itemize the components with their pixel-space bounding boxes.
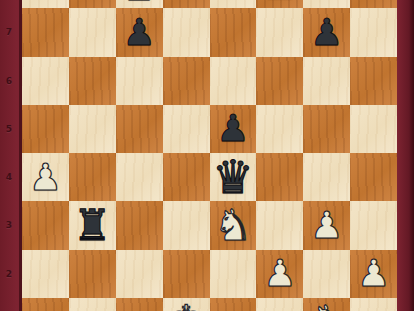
- black-pawn: ♟: [123, 14, 156, 51]
- square-d2[interactable]: [163, 250, 210, 298]
- black-king: ♚: [119, 0, 160, 7]
- square-d3[interactable]: [163, 201, 210, 249]
- black-rook: ♜: [73, 204, 112, 247]
- rank-label-4: 4: [0, 172, 18, 182]
- square-e8[interactable]: [210, 0, 257, 8]
- square-f4[interactable]: [256, 153, 303, 201]
- square-d6[interactable]: [163, 57, 210, 105]
- square-a3[interactable]: [22, 201, 69, 249]
- white-pawn: ♟: [29, 159, 62, 196]
- square-a2[interactable]: [22, 250, 69, 298]
- square-d7[interactable]: [163, 8, 210, 56]
- square-g1[interactable]: ♞: [303, 298, 350, 311]
- square-b5[interactable]: [69, 105, 116, 153]
- square-c1[interactable]: [116, 298, 163, 311]
- square-g7[interactable]: ♟: [303, 8, 350, 56]
- square-b7[interactable]: [69, 8, 116, 56]
- square-h2[interactable]: ♟: [350, 250, 397, 298]
- square-h5[interactable]: [350, 105, 397, 153]
- square-h1[interactable]: [350, 298, 397, 311]
- square-e3[interactable]: ♞: [210, 201, 257, 249]
- square-a8[interactable]: [22, 0, 69, 8]
- white-knight: ♞: [214, 204, 253, 247]
- square-b2[interactable]: [69, 250, 116, 298]
- rank-label-7: 7: [0, 27, 18, 37]
- square-a1[interactable]: [22, 298, 69, 311]
- square-e1[interactable]: [210, 298, 257, 311]
- square-h3[interactable]: [350, 201, 397, 249]
- square-g2[interactable]: [303, 250, 350, 298]
- white-king: ♚: [165, 299, 206, 311]
- square-a4[interactable]: ♟: [22, 153, 69, 201]
- square-b8[interactable]: [69, 0, 116, 8]
- rank-label-3: 3: [0, 220, 18, 230]
- square-b3[interactable]: ♜: [69, 201, 116, 249]
- square-a5[interactable]: [22, 105, 69, 153]
- square-f8[interactable]: ♜: [256, 0, 303, 8]
- white-pawn: ♟: [357, 255, 390, 292]
- square-c8[interactable]: ♚: [116, 0, 163, 8]
- square-c2[interactable]: [116, 250, 163, 298]
- chess-board: ♚♜♟♟♟♟♛♜♞♟♟♟♚♞: [22, 0, 397, 311]
- square-g4[interactable]: [303, 153, 350, 201]
- square-f1[interactable]: [256, 298, 303, 311]
- white-knight: ♞: [307, 300, 346, 311]
- rank-label-column: 7654321: [0, 0, 20, 311]
- square-c7[interactable]: ♟: [116, 8, 163, 56]
- square-f5[interactable]: [256, 105, 303, 153]
- square-c4[interactable]: [116, 153, 163, 201]
- rank-label-2: 2: [0, 269, 18, 279]
- square-c3[interactable]: [116, 201, 163, 249]
- square-f3[interactable]: [256, 201, 303, 249]
- square-f7[interactable]: [256, 8, 303, 56]
- square-e2[interactable]: [210, 250, 257, 298]
- square-d5[interactable]: [163, 105, 210, 153]
- square-e4[interactable]: ♛: [210, 153, 257, 201]
- square-a6[interactable]: [22, 57, 69, 105]
- square-d8[interactable]: [163, 0, 210, 8]
- square-g3[interactable]: ♟: [303, 201, 350, 249]
- square-g6[interactable]: [303, 57, 350, 105]
- square-g5[interactable]: [303, 105, 350, 153]
- black-pawn: ♟: [310, 14, 343, 51]
- square-b4[interactable]: [69, 153, 116, 201]
- square-b1[interactable]: [69, 298, 116, 311]
- square-c5[interactable]: [116, 105, 163, 153]
- square-h7[interactable]: [350, 8, 397, 56]
- square-f6[interactable]: [256, 57, 303, 105]
- square-d1[interactable]: ♚: [163, 298, 210, 311]
- rank-label-6: 6: [0, 76, 18, 86]
- white-pawn: ♟: [310, 207, 343, 244]
- square-h8[interactable]: [350, 0, 397, 8]
- square-e7[interactable]: [210, 8, 257, 56]
- black-queen: ♛: [212, 154, 253, 200]
- square-g8[interactable]: [303, 0, 350, 8]
- black-rook: ♜: [261, 0, 300, 6]
- square-d4[interactable]: [163, 153, 210, 201]
- square-c6[interactable]: [116, 57, 163, 105]
- square-h6[interactable]: [350, 57, 397, 105]
- white-pawn: ♟: [263, 255, 296, 292]
- square-e5[interactable]: ♟: [210, 105, 257, 153]
- square-b6[interactable]: [69, 57, 116, 105]
- square-a7[interactable]: [22, 8, 69, 56]
- square-h4[interactable]: [350, 153, 397, 201]
- black-pawn: ♟: [216, 110, 249, 147]
- rank-label-5: 5: [0, 124, 18, 134]
- square-f2[interactable]: ♟: [256, 250, 303, 298]
- board-frame: 7654321 ♚♜♟♟♟♟♛♜♞♟♟♟♚♞: [0, 0, 414, 311]
- square-e6[interactable]: [210, 57, 257, 105]
